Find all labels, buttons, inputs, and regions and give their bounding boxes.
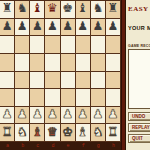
turn-status: YOUR MOVE — [128, 25, 150, 31]
square-b1[interactable]: ♞ — [15, 124, 30, 142]
replay-button[interactable]: REPLAY — [128, 123, 150, 132]
square-b6[interactable] — [15, 36, 30, 54]
black-piece-r-a8[interactable]: ♜ — [2, 2, 13, 14]
square-h2[interactable]: ♟ — [106, 107, 121, 125]
square-c3[interactable] — [30, 89, 45, 107]
square-a5[interactable] — [0, 54, 15, 72]
file-label-h: h — [106, 142, 121, 150]
white-piece-r-a1[interactable]: ♜ — [2, 126, 13, 138]
black-piece-p-d7[interactable]: ♟ — [47, 20, 58, 32]
square-c7[interactable]: ♟ — [30, 19, 45, 37]
square-f3[interactable] — [76, 89, 91, 107]
square-h4[interactable] — [106, 72, 121, 90]
black-piece-p-b7[interactable]: ♟ — [17, 20, 28, 32]
file-label-d: d — [45, 142, 60, 150]
square-f8[interactable]: ♝ — [76, 1, 91, 19]
side-panel: EASY CHESS YOUR MOVE GAME RECORD UNDO RE… — [125, 0, 150, 150]
square-a8[interactable]: ♜ — [0, 1, 15, 19]
button-column: UNDO REPLAY QUIT — [128, 112, 150, 145]
white-piece-p-h2[interactable]: ♟ — [108, 108, 119, 120]
square-h3[interactable] — [106, 89, 121, 107]
white-piece-q-d1[interactable]: ♛ — [47, 126, 58, 138]
black-piece-n-g8[interactable]: ♞ — [92, 2, 103, 14]
square-g2[interactable]: ♟ — [91, 107, 106, 125]
game-record-label: GAME RECORD — [128, 44, 150, 48]
black-piece-p-e7[interactable]: ♟ — [62, 20, 73, 32]
square-d4[interactable] — [45, 72, 60, 90]
square-g8[interactable]: ♞ — [91, 1, 106, 19]
square-c4[interactable] — [30, 72, 45, 90]
square-d2[interactable]: ♟ — [45, 107, 60, 125]
square-g3[interactable] — [91, 89, 106, 107]
square-f6[interactable] — [76, 36, 91, 54]
square-d7[interactable]: ♟ — [45, 19, 60, 37]
black-piece-b-c8[interactable]: ♝ — [32, 2, 43, 14]
square-b7[interactable]: ♟ — [15, 19, 30, 37]
square-d8[interactable]: ♛ — [45, 1, 60, 19]
white-piece-n-g1[interactable]: ♞ — [92, 126, 103, 138]
white-piece-p-c2[interactable]: ♟ — [32, 108, 43, 120]
black-piece-q-d8[interactable]: ♛ — [47, 2, 58, 14]
square-c6[interactable] — [30, 36, 45, 54]
game-title: EASY CHESS — [128, 5, 150, 13]
white-piece-p-b2[interactable]: ♟ — [17, 108, 28, 120]
square-c8[interactable]: ♝ — [30, 1, 45, 19]
black-piece-r-h8[interactable]: ♜ — [108, 2, 119, 14]
undo-button[interactable]: UNDO — [128, 112, 150, 121]
white-piece-p-d2[interactable]: ♟ — [47, 108, 58, 120]
file-label-b: b — [15, 142, 30, 150]
white-piece-p-e2[interactable]: ♟ — [62, 108, 73, 120]
black-piece-p-h7[interactable]: ♟ — [108, 20, 119, 32]
square-e6[interactable] — [61, 36, 76, 54]
square-d3[interactable] — [45, 89, 60, 107]
black-piece-k-e8[interactable]: ♚ — [62, 2, 73, 14]
square-a1[interactable]: ♜ — [0, 124, 15, 142]
square-d1[interactable]: ♛ — [45, 124, 60, 142]
square-e3[interactable] — [61, 89, 76, 107]
game-record-box — [128, 49, 150, 109]
square-f2[interactable]: ♟ — [76, 107, 91, 125]
black-piece-p-a7[interactable]: ♟ — [2, 20, 13, 32]
square-d6[interactable] — [45, 36, 60, 54]
square-f4[interactable] — [76, 72, 91, 90]
square-e8[interactable]: ♚ — [61, 1, 76, 19]
square-a4[interactable] — [0, 72, 15, 90]
square-b3[interactable] — [15, 89, 30, 107]
square-e5[interactable] — [61, 54, 76, 72]
square-b5[interactable] — [15, 54, 30, 72]
white-piece-k-e1[interactable]: ♚ — [62, 126, 73, 138]
white-piece-p-f2[interactable]: ♟ — [77, 108, 88, 120]
square-a3[interactable] — [0, 89, 15, 107]
square-h7[interactable]: ♟ — [106, 19, 121, 37]
square-f1[interactable]: ♝ — [76, 124, 91, 142]
file-label-strip: abcdefgh — [0, 142, 121, 150]
square-a7[interactable]: ♟ — [0, 19, 15, 37]
square-h1[interactable]: ♜ — [106, 124, 121, 142]
square-h5[interactable] — [106, 54, 121, 72]
square-c2[interactable]: ♟ — [30, 107, 45, 125]
chess-board[interactable]: ♜♞♝♛♚♝♞♜♟♟♟♟♟♟♟♟♟♟♟♟♟♟♟♟♜♞♝♛♚♝♞♜ — [0, 0, 121, 142]
white-piece-r-h1[interactable]: ♜ — [108, 126, 119, 138]
square-b4[interactable] — [15, 72, 30, 90]
white-piece-p-g2[interactable]: ♟ — [92, 108, 103, 120]
square-d5[interactable] — [45, 54, 60, 72]
square-g4[interactable] — [91, 72, 106, 90]
square-a2[interactable]: ♟ — [0, 107, 15, 125]
square-e2[interactable]: ♟ — [61, 107, 76, 125]
square-g1[interactable]: ♞ — [91, 124, 106, 142]
white-piece-p-a2[interactable]: ♟ — [2, 108, 13, 120]
black-piece-p-f7[interactable]: ♟ — [77, 20, 88, 32]
black-piece-n-b8[interactable]: ♞ — [17, 2, 28, 14]
file-label-a: a — [0, 142, 15, 150]
square-h6[interactable] — [106, 36, 121, 54]
square-e7[interactable]: ♟ — [61, 19, 76, 37]
square-a6[interactable] — [0, 36, 15, 54]
square-g7[interactable]: ♟ — [91, 19, 106, 37]
black-piece-p-g7[interactable]: ♟ — [92, 20, 103, 32]
file-label-f: f — [76, 142, 91, 150]
square-f5[interactable] — [76, 54, 91, 72]
square-g5[interactable] — [91, 54, 106, 72]
file-label-e: e — [61, 142, 76, 150]
white-piece-n-b1[interactable]: ♞ — [17, 126, 28, 138]
square-c5[interactable] — [30, 54, 45, 72]
black-piece-p-c7[interactable]: ♟ — [32, 20, 43, 32]
white-piece-b-f1[interactable]: ♝ — [77, 126, 88, 138]
square-g6[interactable] — [91, 36, 106, 54]
square-e4[interactable] — [61, 72, 76, 90]
white-piece-b-c1[interactable]: ♝ — [32, 126, 43, 138]
square-c1[interactable]: ♝ — [30, 124, 45, 142]
square-b8[interactable]: ♞ — [15, 1, 30, 19]
square-b2[interactable]: ♟ — [15, 107, 30, 125]
quit-button[interactable]: QUIT — [128, 134, 150, 143]
file-label-g: g — [91, 142, 106, 150]
file-label-c: c — [30, 142, 45, 150]
square-h8[interactable]: ♜ — [106, 1, 121, 19]
square-f7[interactable]: ♟ — [76, 19, 91, 37]
black-piece-b-f8[interactable]: ♝ — [77, 2, 88, 14]
square-e1[interactable]: ♚ — [61, 124, 76, 142]
